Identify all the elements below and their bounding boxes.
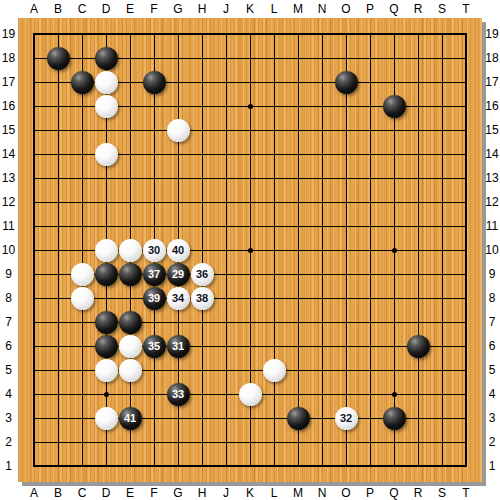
- coord-label-right-16: 16: [484, 98, 500, 114]
- move-40-stone-white-g10: 40: [167, 239, 190, 262]
- coord-label-left-2: 2: [0, 434, 17, 450]
- coord-label-left-16: 16: [0, 98, 17, 114]
- coord-label-left-13: 13: [0, 170, 17, 186]
- stone-black-o17: [335, 71, 358, 94]
- coord-label-right-12: 12: [484, 194, 500, 210]
- coord-label-left-5: 5: [0, 362, 17, 378]
- coord-label-top-c: C: [70, 1, 94, 16]
- coord-label-bottom-r: R: [406, 485, 430, 500]
- coord-label-left-15: 15: [0, 122, 17, 138]
- coord-label-top-b: B: [46, 1, 70, 16]
- move-number-label: 34: [167, 287, 190, 310]
- move-number-label: 33: [167, 383, 190, 406]
- stone-black-m3: [287, 407, 310, 430]
- coord-label-right-15: 15: [484, 122, 500, 138]
- stone-white-d14: [95, 143, 118, 166]
- move-number-label: 38: [191, 287, 214, 310]
- move-number-label: 41: [119, 407, 142, 430]
- coord-label-bottom-k: K: [238, 485, 262, 500]
- stone-black-e9: [119, 263, 142, 286]
- stone-black-c17: [71, 71, 94, 94]
- coord-label-left-6: 6: [0, 338, 17, 354]
- move-31-stone-black-g6: 31: [167, 335, 190, 358]
- coord-label-top-e: E: [118, 1, 142, 16]
- move-34-stone-white-g8: 34: [167, 287, 190, 310]
- move-35-stone-black-f6: 35: [143, 335, 166, 358]
- coord-label-bottom-c: C: [70, 485, 94, 500]
- star-point-k10: [248, 248, 253, 253]
- coord-label-left-17: 17: [0, 74, 17, 90]
- coord-label-left-11: 11: [0, 218, 17, 234]
- coord-label-top-k: K: [238, 1, 262, 16]
- stone-black-q16: [383, 95, 406, 118]
- stone-black-d9: [95, 263, 118, 286]
- coord-label-bottom-m: M: [286, 485, 310, 500]
- move-number-label: 30: [143, 239, 166, 262]
- go-board-diagram: 30403729363934383531334132 AABBCCDDEEFFG…: [0, 0, 500, 500]
- stone-black-e7: [119, 311, 142, 334]
- stone-white-l5: [263, 359, 286, 382]
- move-39-stone-black-f8: 39: [143, 287, 166, 310]
- stone-white-c8: [71, 287, 94, 310]
- coord-label-left-3: 3: [0, 410, 17, 426]
- coord-label-left-1: 1: [0, 458, 17, 474]
- coord-label-bottom-d: D: [94, 485, 118, 500]
- move-33-stone-black-g4: 33: [167, 383, 190, 406]
- move-number-label: 29: [167, 263, 190, 286]
- stone-white-g15: [167, 119, 190, 142]
- coord-label-top-h: H: [190, 1, 214, 16]
- grid-line-vertical: [442, 33, 443, 467]
- coord-label-right-4: 4: [484, 386, 500, 402]
- move-number-label: 32: [335, 407, 358, 430]
- coord-label-bottom-e: E: [118, 485, 142, 500]
- coord-label-bottom-p: P: [358, 485, 382, 500]
- stone-black-d6: [95, 335, 118, 358]
- coord-label-left-18: 18: [0, 50, 17, 66]
- coord-label-right-13: 13: [484, 170, 500, 186]
- coord-label-bottom-f: F: [142, 485, 166, 500]
- grid-line-vertical: [370, 33, 371, 467]
- coord-label-bottom-b: B: [46, 485, 70, 500]
- move-number-label: 36: [191, 263, 214, 286]
- grid-line-horizontal: [33, 465, 467, 467]
- star-point-d4: [104, 392, 109, 397]
- stone-white-d17: [95, 71, 118, 94]
- coord-label-top-t: T: [454, 1, 478, 16]
- stone-black-b18: [47, 47, 70, 70]
- coord-label-left-4: 4: [0, 386, 17, 402]
- coord-label-right-10: 10: [484, 242, 500, 258]
- coord-label-right-14: 14: [484, 146, 500, 162]
- coord-label-top-s: S: [430, 1, 454, 16]
- stone-white-d10: [95, 239, 118, 262]
- grid-line-vertical: [418, 33, 419, 467]
- coord-label-bottom-j: J: [214, 485, 238, 500]
- star-point-q4: [392, 392, 397, 397]
- stone-white-e5: [119, 359, 142, 382]
- stone-white-k4: [239, 383, 262, 406]
- coord-label-left-9: 9: [0, 266, 17, 282]
- grid-line-horizontal: [33, 298, 467, 299]
- coord-label-top-q: Q: [382, 1, 406, 16]
- stone-white-e6: [119, 335, 142, 358]
- coord-label-right-11: 11: [484, 218, 500, 234]
- coord-label-left-7: 7: [0, 314, 17, 330]
- stone-black-d7: [95, 311, 118, 334]
- coord-label-left-8: 8: [0, 290, 17, 306]
- move-30-stone-white-f10: 30: [143, 239, 166, 262]
- coord-label-top-l: L: [262, 1, 286, 16]
- grid-line-vertical: [465, 33, 467, 467]
- move-number-label: 39: [143, 287, 166, 310]
- coord-label-bottom-g: G: [166, 485, 190, 500]
- move-32-stone-white-o3: 32: [335, 407, 358, 430]
- stone-black-d18: [95, 47, 118, 70]
- stone-white-d5: [95, 359, 118, 382]
- coord-label-right-8: 8: [484, 290, 500, 306]
- coord-label-left-10: 10: [0, 242, 17, 258]
- star-point-k16: [248, 104, 253, 109]
- coord-label-left-12: 12: [0, 194, 17, 210]
- move-29-stone-black-g9: 29: [167, 263, 190, 286]
- grid-line-horizontal: [33, 442, 467, 443]
- move-41-stone-black-e3: 41: [119, 407, 142, 430]
- coord-label-top-f: F: [142, 1, 166, 16]
- coord-label-top-j: J: [214, 1, 238, 16]
- coord-label-bottom-n: N: [310, 485, 334, 500]
- coord-label-left-19: 19: [0, 26, 17, 42]
- coord-label-right-1: 1: [484, 458, 500, 474]
- coord-label-top-r: R: [406, 1, 430, 16]
- coord-label-bottom-t: T: [454, 485, 478, 500]
- grid-line-vertical: [346, 33, 347, 467]
- star-point-q10: [392, 248, 397, 253]
- move-37-stone-black-f9: 37: [143, 263, 166, 286]
- move-number-label: 37: [143, 263, 166, 286]
- coord-label-top-a: A: [22, 1, 46, 16]
- coord-label-right-6: 6: [484, 338, 500, 354]
- coord-label-top-d: D: [94, 1, 118, 16]
- move-number-label: 31: [167, 335, 190, 358]
- coord-label-bottom-h: H: [190, 485, 214, 500]
- move-number-label: 40: [167, 239, 190, 262]
- stone-black-q3: [383, 407, 406, 430]
- move-38-stone-white-h8: 38: [191, 287, 214, 310]
- coord-label-bottom-o: O: [334, 485, 358, 500]
- coord-label-bottom-a: A: [22, 485, 46, 500]
- coord-label-top-g: G: [166, 1, 190, 16]
- coord-label-top-n: N: [310, 1, 334, 16]
- stone-black-f17: [143, 71, 166, 94]
- coord-label-left-14: 14: [0, 146, 17, 162]
- grid-line-vertical: [298, 33, 299, 467]
- stone-black-r6: [407, 335, 430, 358]
- coord-label-right-19: 19: [484, 26, 500, 42]
- grid-line-vertical: [322, 33, 323, 467]
- coord-label-top-p: P: [358, 1, 382, 16]
- coord-label-bottom-l: L: [262, 485, 286, 500]
- go-board[interactable]: 30403729363934383531334132: [18, 18, 482, 482]
- stone-white-d16: [95, 95, 118, 118]
- coord-label-bottom-s: S: [430, 485, 454, 500]
- coord-label-top-m: M: [286, 1, 310, 16]
- coord-label-right-2: 2: [484, 434, 500, 450]
- coord-label-top-o: O: [334, 1, 358, 16]
- stone-white-e10: [119, 239, 142, 262]
- move-36-stone-white-h9: 36: [191, 263, 214, 286]
- coord-label-right-18: 18: [484, 50, 500, 66]
- coord-label-right-7: 7: [484, 314, 500, 330]
- stone-white-c9: [71, 263, 94, 286]
- grid-line-vertical: [274, 33, 275, 467]
- coord-label-bottom-q: Q: [382, 485, 406, 500]
- coord-label-right-9: 9: [484, 266, 500, 282]
- stone-white-d3: [95, 407, 118, 430]
- coord-label-right-3: 3: [484, 410, 500, 426]
- move-number-label: 35: [143, 335, 166, 358]
- coord-label-right-17: 17: [484, 74, 500, 90]
- coord-label-right-5: 5: [484, 362, 500, 378]
